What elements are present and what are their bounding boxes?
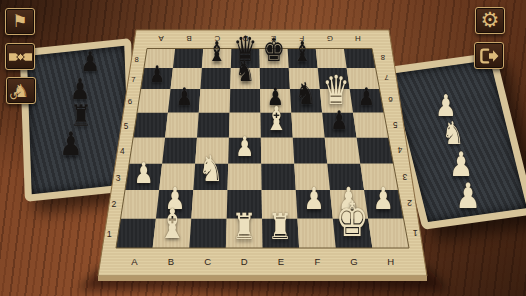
file-label-top-H: H: [355, 34, 361, 43]
file-label-bottom-F: F: [315, 256, 321, 267]
flag-icon: ⚑: [12, 13, 27, 30]
table-background: ABCDEFGHABCDEFGH1234567812345678 ♝♛♚♝♟♞♟…: [0, 0, 526, 296]
captured-white-pawn-right-3: ♟: [443, 177, 493, 216]
rank-label-right-3: 3: [402, 172, 407, 182]
exit-button[interactable]: [474, 42, 504, 69]
exit-icon: [478, 47, 500, 65]
gear-icon: ⚙: [481, 10, 500, 31]
piece-black-pawn-g5[interactable]: ♟: [309, 107, 369, 136]
handshake-icon: [9, 50, 32, 64]
rank-label-right-4: 4: [397, 145, 402, 155]
square-g4[interactable]: [325, 138, 361, 164]
file-label-top-A: A: [158, 34, 164, 43]
rank-label-left-4: 4: [120, 146, 125, 156]
rank-label-right-1: 1: [413, 228, 418, 238]
square-a5[interactable]: [133, 113, 168, 138]
rank-label-right-8: 8: [381, 53, 385, 62]
resign-button[interactable]: ⚑: [5, 8, 35, 35]
file-label-bottom-H: H: [387, 256, 394, 267]
piece-black-pawn-b6[interactable]: ♟: [154, 84, 214, 111]
rank-label-right-7: 7: [384, 73, 388, 82]
piece-white-rook-e1[interactable]: ♜: [250, 206, 310, 246]
file-label-bottom-G: G: [350, 256, 357, 267]
rank-label-left-2: 2: [112, 199, 117, 209]
rank-label-left-6: 6: [128, 97, 133, 106]
settings-button[interactable]: ⚙: [475, 7, 505, 34]
file-label-bottom-A: A: [131, 256, 138, 267]
square-b5[interactable]: [165, 113, 199, 138]
captured-black-pawn-left-3: ♟: [46, 127, 96, 163]
square-f4[interactable]: [293, 138, 328, 164]
undo-arrow-icon: ↺: [9, 91, 18, 102]
file-label-bottom-B: B: [168, 256, 174, 267]
piece-black-bishop-f8[interactable]: ♝: [272, 38, 332, 69]
square-h8[interactable]: [344, 49, 376, 69]
piece-white-bishop-b1[interactable]: ♝: [142, 201, 202, 247]
file-label-bottom-E: E: [278, 256, 284, 267]
rank-label-left-1: 1: [107, 229, 112, 239]
piece-white-king-g1[interactable]: ♚: [322, 194, 382, 248]
board-frame-front-edge: [98, 276, 427, 281]
chess-app-screen: { "game": "chess", "position": "2bqkb2/p…: [0, 0, 526, 296]
offer-draw-button[interactable]: [5, 43, 35, 70]
rank-label-right-5: 5: [392, 120, 397, 129]
file-label-bottom-C: C: [204, 256, 211, 267]
file-label-bottom-D: D: [241, 256, 248, 267]
undo-move-button[interactable]: ♞ ↺: [6, 77, 36, 104]
square-h4[interactable]: [357, 138, 394, 164]
rank-label-left-5: 5: [124, 122, 129, 131]
